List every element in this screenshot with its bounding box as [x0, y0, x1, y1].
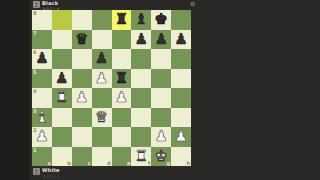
rank-label-5: 5 — [33, 70, 36, 75]
file-label-a: a — [48, 161, 51, 166]
square-e7[interactable] — [112, 30, 132, 50]
piece-white-bishop-a3[interactable]: ♝ — [35, 109, 48, 124]
square-a3[interactable]: 3♝ — [32, 108, 52, 128]
square-e4[interactable]: ♟ — [112, 88, 132, 108]
square-c7[interactable]: ♛ — [72, 30, 92, 50]
square-a8[interactable]: 8 — [32, 10, 52, 30]
square-c5[interactable] — [72, 69, 92, 89]
piece-white-pawn-d5[interactable]: ♟ — [95, 70, 108, 85]
piece-black-rook-e5[interactable]: ♜ — [115, 70, 128, 85]
file-label-d: d — [107, 161, 111, 166]
square-f6[interactable] — [131, 49, 151, 69]
chess-board: 8♜♝♚7♛♟♟♟6♟♟5♟♟♜4♜♟♟3♝♛2♟♟♟1abcdef♜g♚h — [32, 10, 191, 166]
square-b4[interactable]: ♜ — [52, 88, 72, 108]
square-a5[interactable]: 5 — [32, 69, 52, 89]
piece-white-pawn-a2[interactable]: ♟ — [35, 129, 48, 144]
square-d3[interactable]: ♛ — [92, 108, 112, 128]
piece-white-queen-d3[interactable]: ♛ — [95, 109, 108, 124]
square-g4[interactable] — [151, 88, 171, 108]
rank-label-4: 4 — [33, 89, 36, 94]
piece-white-rook-f1[interactable]: ♜ — [135, 148, 148, 163]
square-c2[interactable] — [72, 127, 92, 147]
square-f7[interactable]: ♟ — [131, 30, 151, 50]
square-g7[interactable]: ♟ — [151, 30, 171, 50]
player-bottom-avatar[interactable] — [33, 168, 40, 175]
square-f2[interactable] — [131, 127, 151, 147]
square-h4[interactable] — [171, 88, 191, 108]
piece-black-pawn-d6[interactable]: ♟ — [95, 51, 108, 66]
square-c8[interactable] — [72, 10, 92, 30]
square-e2[interactable] — [112, 127, 132, 147]
piece-black-pawn-a6[interactable]: ♟ — [35, 51, 48, 66]
settings-gear-icon[interactable]: ⚙ — [190, 0, 195, 8]
square-f5[interactable] — [131, 69, 151, 89]
square-e6[interactable] — [112, 49, 132, 69]
player-bottom: White ♟♟♞♞♝ — [33, 168, 60, 178]
square-d4[interactable] — [92, 88, 112, 108]
square-g1[interactable]: g♚ — [151, 147, 171, 167]
square-a7[interactable]: 7 — [32, 30, 52, 50]
piece-white-pawn-c4[interactable]: ♟ — [75, 90, 88, 105]
square-d5[interactable]: ♟ — [92, 69, 112, 89]
left-letterbox — [0, 0, 30, 180]
square-b3[interactable] — [52, 108, 72, 128]
app-background: Black ♙♙♘♘♗ ⚙ 8♜♝♚7♛♟♟♟6♟♟5♟♟♜4♜♟♟3♝♛2♟♟… — [0, 0, 320, 180]
square-e1[interactable]: e — [112, 147, 132, 167]
square-d7[interactable] — [92, 30, 112, 50]
square-f1[interactable]: f♜ — [131, 147, 151, 167]
square-b2[interactable] — [52, 127, 72, 147]
square-a1[interactable]: 1a — [32, 147, 52, 167]
square-b8[interactable] — [52, 10, 72, 30]
player-top-avatar[interactable] — [33, 1, 40, 8]
piece-black-bishop-f8[interactable]: ♝ — [135, 12, 148, 27]
square-a6[interactable]: 6♟ — [32, 49, 52, 69]
square-g6[interactable] — [151, 49, 171, 69]
file-label-c: c — [88, 161, 91, 166]
person-icon — [34, 169, 39, 174]
file-label-h: h — [186, 161, 190, 166]
square-b7[interactable] — [52, 30, 72, 50]
square-a2[interactable]: 2♟ — [32, 127, 52, 147]
piece-black-pawn-f7[interactable]: ♟ — [135, 31, 148, 46]
square-c3[interactable] — [72, 108, 92, 128]
piece-black-rook-e8[interactable]: ♜ — [115, 12, 128, 27]
square-a4[interactable]: 4 — [32, 88, 52, 108]
rank-label-8: 8 — [33, 11, 36, 16]
square-g3[interactable] — [151, 108, 171, 128]
player-bottom-captured-pieces: ♟♟♞♞♝ — [42, 174, 60, 178]
person-icon — [34, 2, 39, 7]
square-c6[interactable] — [72, 49, 92, 69]
square-h5[interactable] — [171, 69, 191, 89]
piece-black-pawn-b5[interactable]: ♟ — [55, 70, 68, 85]
square-h1[interactable]: h — [171, 147, 191, 167]
square-d2[interactable] — [92, 127, 112, 147]
square-h3[interactable] — [171, 108, 191, 128]
square-f4[interactable] — [131, 88, 151, 108]
square-d8[interactable] — [92, 10, 112, 30]
square-b1[interactable]: b — [52, 147, 72, 167]
square-h2[interactable]: ♟ — [171, 127, 191, 147]
square-b5[interactable]: ♟ — [52, 69, 72, 89]
square-g8[interactable]: ♚ — [151, 10, 171, 30]
piece-white-rook-b4[interactable]: ♜ — [55, 90, 68, 105]
rank-label-7: 7 — [33, 31, 36, 36]
square-c4[interactable]: ♟ — [72, 88, 92, 108]
square-h7[interactable]: ♟ — [171, 30, 191, 50]
square-d6[interactable]: ♟ — [92, 49, 112, 69]
square-f8[interactable]: ♝ — [131, 10, 151, 30]
piece-black-king-g8[interactable]: ♚ — [154, 12, 167, 27]
square-c1[interactable]: c — [72, 147, 92, 167]
square-g2[interactable]: ♟ — [151, 127, 171, 147]
piece-black-pawn-g7[interactable]: ♟ — [154, 31, 167, 46]
piece-white-pawn-g2[interactable]: ♟ — [154, 129, 167, 144]
piece-white-pawn-e4[interactable]: ♟ — [115, 90, 128, 105]
square-g5[interactable] — [151, 69, 171, 89]
square-h6[interactable] — [171, 49, 191, 69]
square-b6[interactable] — [52, 49, 72, 69]
square-e5[interactable]: ♜ — [112, 69, 132, 89]
square-e3[interactable] — [112, 108, 132, 128]
file-label-e: e — [127, 161, 130, 166]
file-label-b: b — [67, 161, 71, 166]
square-f3[interactable] — [131, 108, 151, 128]
piece-black-pawn-h7[interactable]: ♟ — [174, 31, 187, 46]
square-d1[interactable]: d — [92, 147, 112, 167]
piece-black-queen-c7[interactable]: ♛ — [75, 31, 88, 46]
file-label-f: f — [148, 161, 150, 166]
piece-white-pawn-h2[interactable]: ♟ — [174, 129, 187, 144]
piece-white-king-g1[interactable]: ♚ — [154, 148, 167, 163]
square-h8[interactable] — [171, 10, 191, 30]
rank-label-1: 1 — [33, 148, 36, 153]
square-e8[interactable]: ♜ — [112, 10, 132, 30]
